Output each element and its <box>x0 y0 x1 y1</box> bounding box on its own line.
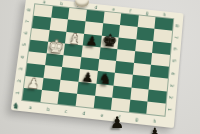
square-b5[interactable]: ♚ <box>46 41 65 55</box>
file-label: g <box>145 10 148 15</box>
captured-black-pawn[interactable]: ♟ <box>110 115 124 131</box>
file-label: d <box>94 5 97 10</box>
square-g1[interactable] <box>129 99 148 113</box>
rank-label: 1 <box>167 108 172 111</box>
black-pawn[interactable]: ♟ <box>81 70 94 84</box>
square-d6[interactable]: ♟ <box>83 33 102 47</box>
rank-label: 4 <box>170 72 175 75</box>
chessboard: abcdefgh abcdefgh 87654321 87654321 ♝♟♚♚… <box>11 0 184 128</box>
file-label: d <box>82 111 85 116</box>
file-label: e <box>112 7 115 12</box>
rank-label: 5 <box>22 43 27 46</box>
rank-label: 5 <box>171 59 176 62</box>
file-label: e <box>100 113 103 118</box>
board-grid: ♝♟♚♚♟♞♟ <box>22 4 173 115</box>
square-f1[interactable] <box>111 97 130 111</box>
rank-label: 2 <box>17 79 22 82</box>
file-label: b <box>60 1 63 6</box>
table-surface: abcdefgh abcdefgh 87654321 87654321 ♝♟♚♚… <box>0 0 200 134</box>
rank-label: 7 <box>25 20 30 23</box>
brand-logo-knight-icon: ♞ <box>12 102 21 111</box>
rank-label: 4 <box>20 55 25 58</box>
white-bishop[interactable]: ♝ <box>68 31 82 46</box>
white-king[interactable]: ♚ <box>47 38 64 56</box>
square-h1[interactable] <box>147 101 166 115</box>
file-label: g <box>135 117 138 122</box>
rank-label: 3 <box>18 67 23 70</box>
square-e1[interactable] <box>93 95 112 109</box>
file-label: f <box>129 9 131 14</box>
rank-label: 3 <box>169 84 174 87</box>
square-b1[interactable] <box>40 90 59 104</box>
square-e3[interactable]: ♞ <box>96 71 115 85</box>
black-knight[interactable]: ♞ <box>98 71 112 86</box>
square-d1[interactable] <box>76 94 95 108</box>
square-c6[interactable]: ♝ <box>65 31 84 45</box>
file-label: a <box>43 0 46 4</box>
square-d3[interactable]: ♟ <box>78 69 97 83</box>
square-a2[interactable]: ♟ <box>24 76 43 90</box>
captured-black-piece[interactable]: ♟ <box>149 126 161 134</box>
file-label: b <box>47 107 51 112</box>
square-c1[interactable] <box>58 92 77 106</box>
rank-label: 1 <box>15 92 20 95</box>
rank-label: 6 <box>23 31 28 34</box>
white-pawn[interactable]: ♟ <box>27 76 40 90</box>
rank-label: 6 <box>172 48 177 51</box>
rank-label: 7 <box>173 36 178 39</box>
file-label: h <box>153 119 156 124</box>
rank-label: 8 <box>26 8 31 11</box>
black-pawn[interactable]: ♟ <box>85 34 98 48</box>
file-label: c <box>65 109 68 114</box>
file-label: h <box>163 12 166 17</box>
black-king[interactable]: ♚ <box>101 32 118 50</box>
square-e6[interactable]: ♚ <box>100 35 119 49</box>
rank-label: 2 <box>168 96 173 99</box>
rank-label: 8 <box>174 24 179 27</box>
file-label: a <box>29 105 32 110</box>
